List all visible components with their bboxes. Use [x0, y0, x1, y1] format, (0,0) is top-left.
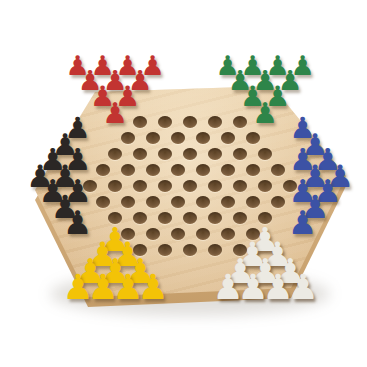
board-hole[interactable] — [133, 180, 147, 192]
board-hole[interactable] — [208, 148, 222, 160]
board-hole[interactable] — [233, 180, 247, 192]
peg-yellow[interactable]: ♟ — [138, 270, 168, 305]
board-hole[interactable] — [183, 244, 197, 256]
peg-white[interactable]: ♟ — [288, 270, 318, 305]
board-hole[interactable] — [196, 164, 210, 176]
board-hole[interactable] — [183, 212, 197, 224]
board-hole[interactable] — [171, 196, 185, 208]
board-hole[interactable] — [158, 244, 172, 256]
board-hole[interactable] — [221, 132, 235, 144]
board-hole[interactable] — [208, 212, 222, 224]
board-hole[interactable] — [233, 116, 247, 128]
board-hole[interactable] — [246, 132, 260, 144]
board-hole[interactable] — [271, 196, 285, 208]
board-hole[interactable] — [221, 164, 235, 176]
board-scene: ♟♟♟♟♟♟♟♟♟♟♟♟♟♟♟♟♟♟♟♟♟♟♟♟♟♟♟♟♟♟♟♟♟♟♟♟♟♟♟♟… — [0, 0, 367, 367]
board-hole[interactable] — [171, 164, 185, 176]
board-hole[interactable] — [196, 228, 210, 240]
board-hole[interactable] — [246, 164, 260, 176]
board-hole[interactable] — [208, 116, 222, 128]
board-hole[interactable] — [246, 196, 260, 208]
board-hole[interactable] — [258, 148, 272, 160]
board-hole[interactable] — [271, 164, 285, 176]
board-hole[interactable] — [158, 212, 172, 224]
board-hole[interactable] — [208, 180, 222, 192]
board-hole[interactable] — [233, 148, 247, 160]
board-hole[interactable] — [146, 164, 160, 176]
board-hole[interactable] — [171, 228, 185, 240]
board-hole[interactable] — [121, 164, 135, 176]
board-hole[interactable] — [133, 116, 147, 128]
board-hole[interactable] — [196, 196, 210, 208]
board-hole[interactable] — [146, 196, 160, 208]
board-hole[interactable] — [221, 228, 235, 240]
board-hole[interactable] — [133, 212, 147, 224]
board-hole[interactable] — [158, 148, 172, 160]
board-hole[interactable] — [171, 132, 185, 144]
board-hole[interactable] — [121, 132, 135, 144]
board-hole[interactable] — [221, 196, 235, 208]
board-hole[interactable] — [108, 148, 122, 160]
board-hole[interactable] — [258, 180, 272, 192]
board-hole[interactable] — [233, 212, 247, 224]
board-hole[interactable] — [196, 132, 210, 144]
board-hole[interactable] — [183, 180, 197, 192]
board-hole[interactable] — [96, 164, 110, 176]
board-hole[interactable] — [158, 180, 172, 192]
peg-green[interactable]: ♟ — [250, 99, 280, 128]
board-hole[interactable] — [133, 148, 147, 160]
board-hole[interactable] — [121, 196, 135, 208]
board-hole[interactable] — [108, 180, 122, 192]
board-hole[interactable] — [146, 132, 160, 144]
board-hole[interactable] — [146, 228, 160, 240]
board-hole[interactable] — [96, 196, 110, 208]
board-hole[interactable] — [208, 244, 222, 256]
board-hole[interactable] — [183, 148, 197, 160]
peg-red[interactable]: ♟ — [100, 99, 130, 128]
board-hole[interactable] — [183, 116, 197, 128]
board-hole[interactable] — [158, 116, 172, 128]
